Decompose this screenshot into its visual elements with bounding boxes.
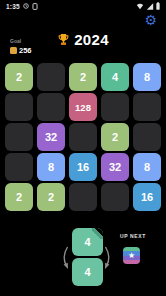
tile-8: 8 bbox=[133, 153, 161, 181]
board-cell-r4c5[interactable]: 8 bbox=[133, 153, 161, 181]
signal-icon bbox=[146, 3, 154, 10]
board-cell-r3c4[interactable]: 2 bbox=[101, 123, 129, 151]
tile-4: 4 bbox=[101, 63, 129, 91]
gear-icon[interactable]: ⚙︎ bbox=[144, 13, 157, 27]
board-cell-r3c1[interactable] bbox=[5, 123, 33, 151]
tile-2: 2 bbox=[101, 123, 129, 151]
tile-16: 16 bbox=[69, 153, 97, 181]
board-cell-r5c3[interactable] bbox=[69, 183, 97, 211]
status-bar: 1:35 bbox=[0, 0, 166, 12]
tile-2: 2 bbox=[37, 183, 65, 211]
board-cell-r4c1[interactable] bbox=[5, 153, 33, 181]
queue-tile-1[interactable]: 4 bbox=[72, 228, 103, 256]
goal-value: 256 bbox=[19, 46, 32, 55]
rotate-right-arrow-icon[interactable] bbox=[104, 245, 114, 271]
board-cell-r5c1[interactable]: 2 bbox=[5, 183, 33, 211]
board-cell-r4c2[interactable]: 8 bbox=[37, 153, 65, 181]
board-cell-r2c3[interactable]: 128 bbox=[69, 93, 97, 121]
tile-128: 128 bbox=[69, 93, 97, 121]
board-cell-r2c4[interactable] bbox=[101, 93, 129, 121]
folded-corner-icon bbox=[92, 228, 103, 239]
board-cell-r2c5[interactable] bbox=[133, 93, 161, 121]
up-next-label: UP NEXT bbox=[120, 233, 146, 239]
board-cell-r4c3[interactable]: 16 bbox=[69, 153, 97, 181]
board-cell-r4c4[interactable]: 32 bbox=[101, 153, 129, 181]
tile-2: 2 bbox=[5, 183, 33, 211]
goal-tile-swatch bbox=[10, 47, 17, 54]
tile-2: 2 bbox=[5, 63, 33, 91]
tile-8: 8 bbox=[37, 153, 65, 181]
board: 22481283228163282216 bbox=[5, 63, 161, 211]
board-cell-r1c2[interactable] bbox=[37, 63, 65, 91]
board-cell-r5c5[interactable]: 16 bbox=[133, 183, 161, 211]
board-cell-r5c2[interactable]: 2 bbox=[37, 183, 65, 211]
queue-domino[interactable]: 44 bbox=[72, 228, 103, 288]
board-cell-r2c1[interactable] bbox=[5, 93, 33, 121]
game-screen: 1:35 ⚙︎ bbox=[0, 0, 166, 296]
tile-16: 16 bbox=[133, 183, 161, 211]
board-cell-r3c2[interactable]: 32 bbox=[37, 123, 65, 151]
trophy-icon bbox=[57, 33, 70, 46]
goal-label: Goal bbox=[10, 38, 32, 44]
app-notification-icon bbox=[32, 3, 38, 10]
tile-8: 8 bbox=[133, 63, 161, 91]
board-cell-r5c4[interactable] bbox=[101, 183, 129, 211]
tile-32: 32 bbox=[101, 153, 129, 181]
rotate-left-arrow-icon[interactable] bbox=[59, 245, 69, 271]
queue-tile-2[interactable]: 4 bbox=[72, 258, 103, 286]
star-icon: ★ bbox=[128, 252, 135, 260]
season-title: 2024 bbox=[74, 31, 109, 48]
clock-time: 1:35 bbox=[6, 3, 20, 10]
board-cell-r1c5[interactable]: 8 bbox=[133, 63, 161, 91]
tile-32: 32 bbox=[37, 123, 65, 151]
battery-icon bbox=[156, 2, 160, 10]
board-cell-r3c3[interactable] bbox=[69, 123, 97, 151]
goal-panel: Goal 256 bbox=[10, 38, 32, 55]
board-cell-r3c5[interactable] bbox=[133, 123, 161, 151]
clock-icon bbox=[23, 3, 29, 9]
board-cell-r2c2[interactable] bbox=[37, 93, 65, 121]
wifi-icon bbox=[136, 3, 144, 10]
tile-2: 2 bbox=[69, 63, 97, 91]
board-cell-r1c4[interactable]: 4 bbox=[101, 63, 129, 91]
board-cell-r1c1[interactable]: 2 bbox=[5, 63, 33, 91]
up-next-wildcard-tile: ★ bbox=[123, 247, 140, 264]
board-cell-r1c3[interactable]: 2 bbox=[69, 63, 97, 91]
